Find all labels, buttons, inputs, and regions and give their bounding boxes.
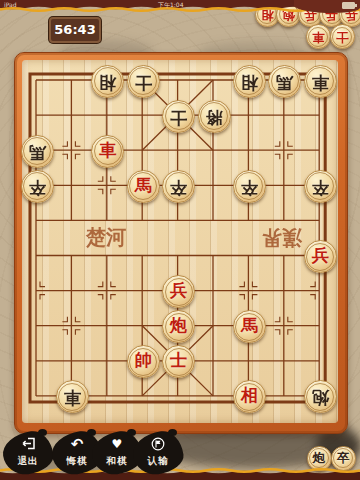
- board-piece-black-f2r0[interactable]: 相: [91, 65, 124, 98]
- captured-black-piece: 炮: [307, 446, 332, 471]
- board-piece-black-f7r0[interactable]: 馬: [268, 65, 301, 98]
- piece-char: 卒: [305, 171, 336, 202]
- piece-char: 兵: [305, 241, 336, 272]
- piece-char: 士: [331, 25, 354, 48]
- battery-icon: [342, 2, 355, 9]
- resign-button[interactable]: 认输: [135, 434, 181, 472]
- board-piece-red-f8r5[interactable]: 兵: [304, 240, 337, 273]
- piece-char: 車: [57, 381, 88, 412]
- piece-char: 炮: [305, 381, 336, 412]
- river-text-left: 楚河: [86, 224, 126, 251]
- board-piece-red-f6r7[interactable]: 馬: [233, 310, 266, 343]
- piece-char: 兵: [163, 276, 194, 307]
- captured-red-piece: 士: [330, 24, 355, 49]
- piece-char: 馬: [234, 311, 265, 342]
- board-piece-red-f4r8[interactable]: 士: [162, 345, 195, 378]
- timer: 56:43: [49, 17, 101, 43]
- board-piece-black-f5r1[interactable]: 將: [198, 100, 231, 133]
- river-label-right: 漢界: [232, 224, 302, 251]
- river-text-right: 漢界: [262, 224, 302, 251]
- board-piece-red-f3r8[interactable]: 帥: [127, 345, 160, 378]
- exit-button-label: 退出: [5, 455, 51, 468]
- board-piece-black-f0r3[interactable]: 卒: [21, 170, 54, 203]
- resign-button-label: 认输: [135, 455, 181, 468]
- exit-button[interactable]: 退出: [5, 434, 51, 472]
- board-piece-black-f8r9[interactable]: 炮: [304, 380, 337, 413]
- board-piece-black-f1r9[interactable]: 車: [56, 380, 89, 413]
- piece-char: 卒: [234, 171, 265, 202]
- board-piece-black-f4r3[interactable]: 卒: [162, 170, 195, 203]
- piece-char: 士: [163, 346, 194, 377]
- exit-door-icon: [5, 437, 51, 453]
- board-piece-black-f4r1[interactable]: 士: [162, 100, 195, 133]
- piece-char: 相: [234, 66, 265, 97]
- piece-char: 車: [92, 136, 123, 167]
- flag-icon: [135, 437, 181, 454]
- piece-char: 馬: [128, 171, 159, 202]
- piece-char: 炮: [163, 311, 194, 342]
- piece-char: 車: [307, 25, 330, 48]
- board-piece-red-f3r3[interactable]: 馬: [127, 170, 160, 203]
- piece-char: 卒: [332, 447, 355, 470]
- board-piece-red-f2r2[interactable]: 車: [91, 135, 124, 168]
- board-piece-black-f6r3[interactable]: 卒: [233, 170, 266, 203]
- piece-char: 士: [163, 101, 194, 132]
- piece-char: 炮: [308, 447, 331, 470]
- piece-char: 馬: [22, 136, 53, 167]
- board-piece-black-f8r3[interactable]: 卒: [304, 170, 337, 203]
- piece-char: 車: [305, 66, 336, 97]
- captured-red-piece: 車: [306, 24, 331, 49]
- board-piece-red-f4r7[interactable]: 炮: [162, 310, 195, 343]
- piece-char: 帥: [128, 346, 159, 377]
- river-label-left: 楚河: [86, 224, 160, 251]
- piece-char: 相: [234, 381, 265, 412]
- board-piece-red-f4r6[interactable]: 兵: [162, 275, 195, 308]
- piece-char: 卒: [22, 171, 53, 202]
- status-left: iPad: [4, 1, 17, 9]
- piece-char: 將: [199, 101, 230, 132]
- board-piece-black-f8r0[interactable]: 車: [304, 65, 337, 98]
- piece-char: 卒: [163, 171, 194, 202]
- captured-black-piece: 卒: [331, 446, 356, 471]
- piece-char: 馬: [269, 66, 300, 97]
- board-piece-red-f6r9[interactable]: 相: [233, 380, 266, 413]
- board-piece-black-f6r0[interactable]: 相: [233, 65, 266, 98]
- piece-char: 相: [92, 66, 123, 97]
- board-piece-black-f3r0[interactable]: 士: [127, 65, 160, 98]
- piece-char: 士: [128, 66, 159, 97]
- board-piece-black-f0r2[interactable]: 馬: [21, 135, 54, 168]
- status-center: 下午1:04: [158, 1, 183, 9]
